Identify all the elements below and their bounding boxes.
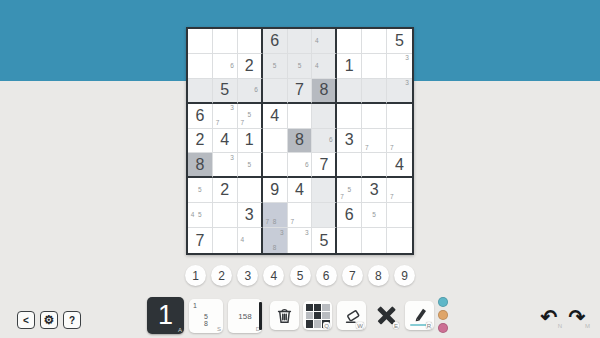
cell-r2c6[interactable]: 4 <box>312 54 337 79</box>
digit-button-5[interactable]: 5 <box>290 265 311 286</box>
cell-r7c1[interactable]: 5 <box>188 178 213 203</box>
cell-r3c2[interactable]: 5 <box>213 79 238 104</box>
pencil-marks: 4 <box>313 55 334 77</box>
cell-r6c6[interactable]: 7 <box>312 153 337 178</box>
pencil-marks: 6 <box>214 55 236 77</box>
cell-r1c6[interactable]: 4 <box>312 29 337 54</box>
pencil-mark-5: 5 <box>196 187 203 194</box>
cell-r3c1[interactable] <box>188 79 213 104</box>
redo-button[interactable]: ↷ M <box>565 305 589 329</box>
pencil-mark-5: 5 <box>296 62 303 69</box>
cell-r2c1[interactable] <box>188 54 213 79</box>
cell-r1c1[interactable] <box>188 29 213 54</box>
cell-r5c8[interactable]: 7 <box>362 129 387 154</box>
cell-r5c7[interactable]: 3 <box>337 129 362 154</box>
cell-r7c2[interactable]: 2 <box>213 178 238 203</box>
cell-r2c8[interactable] <box>362 54 387 79</box>
cell-r4c5[interactable] <box>288 104 313 129</box>
pencil-marks: 3 <box>214 154 236 175</box>
cell-digit: 3 <box>245 207 254 223</box>
cell-digit: 1 <box>245 132 254 148</box>
cell-r6c7[interactable] <box>337 153 362 178</box>
cell-r4c6[interactable] <box>312 104 337 129</box>
cell-r4c2[interactable]: 37 <box>213 104 238 129</box>
cell-r5c1[interactable]: 2 <box>188 129 213 154</box>
cell-r4c8[interactable] <box>362 104 387 129</box>
cell-r2c3[interactable]: 2 <box>238 54 263 79</box>
pen-underline <box>410 324 427 327</box>
mode-normal-button[interactable]: 1 A <box>147 297 184 334</box>
cell-r9c1[interactable]: 7 <box>188 228 213 253</box>
shortcut-label-q: Q <box>323 322 330 329</box>
cell-digit: 4 <box>270 108 279 124</box>
cell-r7c6[interactable] <box>312 178 337 203</box>
pencil-marks: 78 <box>264 204 286 226</box>
corner-mark-5: 5 <box>204 313 208 320</box>
cell-r7c9[interactable]: 7 <box>387 178 412 203</box>
cell-r7c4[interactable]: 9 <box>263 178 288 203</box>
corner-mark-8: 8 <box>204 320 208 327</box>
pencil-mark-7: 7 <box>338 194 345 201</box>
cell-digit: 2 <box>220 182 229 198</box>
digit-button-2[interactable]: 2 <box>211 265 232 286</box>
pencil-marks: 6 <box>313 130 334 152</box>
pencil-marks: 6 <box>239 80 260 101</box>
cell-digit: 6 <box>270 33 279 49</box>
nav-group: < ⚙ ? <box>17 311 81 329</box>
shortcut-label-undo: N <box>558 323 562 329</box>
pencil-marks: 38 <box>264 229 286 252</box>
color-dot-1[interactable] <box>438 297 448 307</box>
pencil-mark-7: 7 <box>214 119 221 126</box>
cell-r8c6[interactable] <box>312 203 337 228</box>
cell-digit: 4 <box>295 182 304 198</box>
cell-digit: 4 <box>220 132 229 148</box>
pencil-mark-5: 5 <box>196 212 203 219</box>
cell-r7c5[interactable]: 4 <box>288 178 313 203</box>
pencil-mark-8: 8 <box>271 219 278 226</box>
cell-r3c5[interactable]: 7 <box>288 79 313 104</box>
redo-icon: ↷ <box>569 305 586 329</box>
cell-digit: 5 <box>319 233 328 249</box>
eraser-button[interactable]: W <box>337 301 366 330</box>
cell-r4c1[interactable]: 6 <box>188 104 213 129</box>
digit-button-3[interactable]: 3 <box>237 265 258 286</box>
cell-r2c4[interactable]: 5 <box>263 54 288 79</box>
shortcut-label-w: W <box>356 322 364 329</box>
cell-r9c8[interactable] <box>362 228 387 253</box>
pencil-mark-3: 3 <box>228 154 235 161</box>
cell-r5c4[interactable] <box>263 129 288 154</box>
pencil-marks: 5 <box>264 55 286 77</box>
pencil-marks: 7 <box>388 179 411 201</box>
pencil-marks: 57 <box>338 179 360 201</box>
pencil-marks: 3 <box>388 80 411 101</box>
cell-r4c9[interactable] <box>387 104 412 129</box>
cell-r7c3[interactable] <box>238 178 263 203</box>
digit-button-1[interactable]: 1 <box>185 265 206 286</box>
pencil-mark-6: 6 <box>327 137 334 144</box>
pencil-marks: 7 <box>363 130 385 152</box>
cell-r9c9[interactable] <box>387 228 412 253</box>
cell-r7c8[interactable]: 3 <box>362 178 387 203</box>
cell-r8c3[interactable]: 3 <box>238 203 263 228</box>
pencil-mark-8: 8 <box>271 244 278 252</box>
cell-digit: 7 <box>319 157 328 173</box>
pencil-mark-4: 4 <box>239 237 246 245</box>
help-button[interactable]: ? <box>63 311 81 329</box>
cell-r9c3[interactable]: 4 <box>238 228 263 253</box>
mode-normal-digit: 1 <box>158 300 173 331</box>
pencil-marks: 4 <box>313 30 334 52</box>
palette-gray-square <box>306 312 313 319</box>
pencil-mark-5: 5 <box>246 161 253 168</box>
cell-r3c8[interactable] <box>362 79 387 104</box>
pencil-mark-5: 5 <box>271 62 278 69</box>
cell-digit: 4 <box>395 157 404 173</box>
cell-r8c5[interactable]: 7 <box>288 203 313 228</box>
cell-r1c4[interactable]: 6 <box>263 29 288 54</box>
pencil-mark-3: 3 <box>403 55 411 62</box>
cell-r6c9[interactable]: 4 <box>387 153 412 178</box>
undo-button[interactable]: ↶ N <box>537 305 561 329</box>
cell-r2c2[interactable]: 6 <box>213 54 238 79</box>
pencil-mark-4: 4 <box>189 212 196 219</box>
trash-button[interactable] <box>270 301 299 330</box>
cell-r4c7[interactable] <box>337 104 362 129</box>
palette-gray-square <box>322 312 329 319</box>
pencil-marks: 5 <box>239 154 260 175</box>
cell-r9c5[interactable]: 3 <box>288 228 313 253</box>
pencil-marks: 7 <box>388 130 411 152</box>
corner-mark-1: 1 <box>193 302 197 309</box>
cell-r8c8[interactable]: 5 <box>362 203 387 228</box>
pencil-mark-3: 3 <box>228 105 235 112</box>
cell-digit: 5 <box>395 33 404 49</box>
toolbar-divider <box>259 302 262 330</box>
cell-r1c3[interactable] <box>238 29 263 54</box>
trash-icon <box>275 306 294 325</box>
cell-r9c7[interactable] <box>337 228 362 253</box>
cell-r8c7[interactable]: 6 <box>337 203 362 228</box>
pencil-mark-7: 7 <box>388 194 396 201</box>
pencil-mark-4: 4 <box>313 62 320 69</box>
settings-button[interactable]: ⚙ <box>40 311 58 329</box>
digit-button-4[interactable]: 4 <box>263 265 284 286</box>
sudoku-app: 6456255413567836375742418637783567452945… <box>0 0 600 338</box>
pencil-mark-3: 3 <box>303 229 310 237</box>
cell-digit: 8 <box>319 82 328 98</box>
cell-digit: 7 <box>195 233 204 249</box>
digit-button-9[interactable]: 9 <box>394 265 415 286</box>
cell-r5c3[interactable]: 1 <box>238 129 263 154</box>
cell-r1c9[interactable]: 5 <box>387 29 412 54</box>
pencil-marks: 37 <box>214 105 236 127</box>
digit-button-8[interactable]: 8 <box>368 265 389 286</box>
palette-gray-square <box>314 320 321 327</box>
shortcut-label-redo: M <box>585 323 590 329</box>
cell-r6c5[interactable]: 6 <box>288 153 313 178</box>
pencil-mark-4: 4 <box>313 37 320 44</box>
cell-r1c5[interactable] <box>288 29 313 54</box>
shortcut-label-e: E <box>393 322 399 329</box>
pencil-mark-7: 7 <box>289 219 296 226</box>
pencil-mark-6: 6 <box>228 62 235 69</box>
palette-button[interactable]: Q <box>303 301 332 330</box>
pencil-marks: 4 <box>239 229 260 252</box>
palette-dark-square <box>314 312 321 319</box>
pencil-marks: 45 <box>189 204 211 226</box>
cell-digit: 8 <box>295 132 304 148</box>
sudoku-board: 6456255413567836375742418637783567452945… <box>186 27 414 255</box>
pencil-mark-7: 7 <box>239 119 246 126</box>
cell-r3c9[interactable]: 3 <box>387 79 412 104</box>
undo-icon: ↶ <box>541 305 558 329</box>
cell-r3c3[interactable]: 6 <box>238 79 263 104</box>
cell-r6c2[interactable]: 3 <box>213 153 238 178</box>
pencil-marks: 5 <box>363 204 385 226</box>
back-button[interactable]: < <box>17 311 35 329</box>
cell-r7c7[interactable]: 57 <box>337 178 362 203</box>
pencil-marks: 3 <box>388 55 411 77</box>
cell-r9c2[interactable] <box>213 228 238 253</box>
cell-digit: 1 <box>345 58 354 74</box>
cell-r8c2[interactable] <box>213 203 238 228</box>
pencil-marks: 5 <box>289 55 311 77</box>
cell-r5c9[interactable]: 7 <box>387 129 412 154</box>
pencil-mark-7: 7 <box>363 144 370 151</box>
cell-r5c2[interactable]: 4 <box>213 129 238 154</box>
shortcut-label-a: A <box>178 327 182 333</box>
color-dot-3[interactable] <box>438 323 448 333</box>
cell-r4c4[interactable]: 4 <box>263 104 288 129</box>
cell-digit: 3 <box>370 182 379 198</box>
cell-digit: 7 <box>295 82 304 98</box>
numpad: 123456789 <box>185 265 415 286</box>
clear-button[interactable]: E <box>372 301 401 330</box>
pencil-marks: 5 <box>189 179 211 201</box>
cell-digit: 6 <box>195 108 204 124</box>
cell-r6c3[interactable]: 5 <box>238 153 263 178</box>
pencil-mark-5: 5 <box>246 112 253 119</box>
cell-r1c8[interactable] <box>362 29 387 54</box>
cell-r1c2[interactable] <box>213 29 238 54</box>
color-dot-2[interactable] <box>438 310 448 320</box>
cell-r5c5[interactable]: 8 <box>288 129 313 154</box>
cell-r3c4[interactable] <box>263 79 288 104</box>
cell-r6c8[interactable] <box>362 153 387 178</box>
pencil-marks: 6 <box>289 154 311 175</box>
shortcut-label-r: R <box>426 322 432 329</box>
palette-dark-square <box>306 304 313 311</box>
palette-gray-square <box>322 304 329 311</box>
center-marks-text: 158 <box>238 312 251 321</box>
pencil-marks: 7 <box>289 204 311 226</box>
color-dot-stack <box>438 297 448 333</box>
pen-button[interactable]: R <box>405 301 434 330</box>
cell-digit: 2 <box>245 58 254 74</box>
cell-r9c6[interactable]: 5 <box>312 228 337 253</box>
pencil-marks: 3 <box>289 229 311 252</box>
pencil-mark-3: 3 <box>403 80 411 87</box>
digit-button-7[interactable]: 7 <box>342 265 363 286</box>
pencil-mark-7: 7 <box>388 144 396 151</box>
pencil-mark-5: 5 <box>346 187 353 194</box>
pencil-mark-3: 3 <box>278 229 285 237</box>
cell-digit: 8 <box>195 157 204 173</box>
mode-corner-button[interactable]: 1 5 8 S <box>189 299 223 333</box>
cell-digit: 9 <box>270 182 279 198</box>
cell-digit: 2 <box>195 132 204 148</box>
cell-r1c7[interactable] <box>337 29 362 54</box>
digit-button-6[interactable]: 6 <box>316 265 337 286</box>
cell-r6c1[interactable]: 8 <box>188 153 213 178</box>
cell-r8c4[interactable]: 78 <box>263 203 288 228</box>
mode-center-button[interactable]: 158 D <box>228 299 262 333</box>
cell-r6c4[interactable] <box>263 153 288 178</box>
cell-r2c9[interactable]: 3 <box>387 54 412 79</box>
shortcut-label-s: S <box>217 326 221 332</box>
cell-r5c6[interactable]: 6 <box>312 129 337 154</box>
pencil-mark-5: 5 <box>371 212 378 219</box>
cell-r4c3[interactable]: 57 <box>238 104 263 129</box>
pencil-marks: 57 <box>239 105 260 127</box>
cell-r9c4[interactable]: 38 <box>263 228 288 253</box>
cell-r2c5[interactable]: 5 <box>288 54 313 79</box>
cell-r3c7[interactable] <box>337 79 362 104</box>
palette-dark-square <box>314 304 321 311</box>
cell-digit: 5 <box>220 82 229 98</box>
cell-r8c9[interactable] <box>387 203 412 228</box>
cell-r2c7[interactable]: 1 <box>337 54 362 79</box>
palette-dark-square <box>306 320 313 327</box>
cell-digit: 3 <box>345 132 354 148</box>
cell-digit: 6 <box>345 207 354 223</box>
pencil-mark-7: 7 <box>264 219 271 226</box>
pencil-mark-6: 6 <box>303 161 310 168</box>
gear-icon: ⚙ <box>44 313 55 327</box>
cell-r3c6[interactable]: 8 <box>312 79 337 104</box>
pen-icon <box>411 305 429 323</box>
cell-r8c1[interactable]: 45 <box>188 203 213 228</box>
pencil-mark-6: 6 <box>253 87 260 94</box>
